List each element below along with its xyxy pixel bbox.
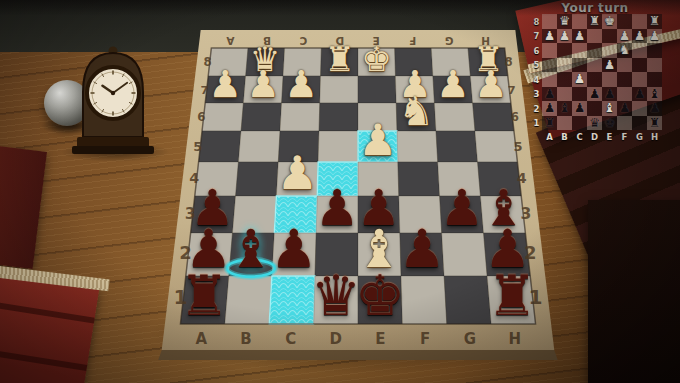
rank-label-left-5: 5 — [193, 139, 202, 154]
minimap-piece-red-p-e3: ♟ — [602, 86, 617, 101]
piece-ivory-p-h7[interactable]: ♟ — [472, 66, 509, 103]
book-band — [0, 347, 87, 371]
rank-label-right-6: 6 — [511, 110, 519, 124]
square-b6[interactable] — [241, 103, 282, 131]
minimap-square-f1 — [617, 116, 632, 131]
game-scene: 1122334455667788AABBCCDDEEFFGGHH ♛♜♚♜♟♟♟… — [0, 0, 680, 383]
file-label-near-D: D — [329, 330, 341, 348]
minimap-square-g5 — [632, 58, 647, 73]
minimap-piece-ivory-p-h7: ♟ — [647, 28, 662, 43]
file-label-far-A: A — [226, 35, 235, 47]
file-label-far-C: C — [299, 35, 307, 47]
minimap-square-f3 — [617, 87, 632, 102]
minimap-piece-ivory-p-a7: ♟ — [542, 28, 557, 43]
minimap-square-d7 — [587, 29, 602, 44]
minimap: 87654321ABCDEFGH♛♜♚♜♟♟♟♟♟♟♞♟♟♝♟♟♟♟♝♟♝♟♟♟… — [532, 11, 668, 147]
top-strip — [0, 0, 680, 16]
minimap-square-b1 — [557, 116, 572, 131]
square-d7[interactable] — [320, 76, 358, 103]
minimap-square-a8 — [542, 14, 557, 29]
file-label-near-A: A — [195, 330, 207, 348]
file-label-near-B: B — [240, 330, 251, 348]
piece-red-k-e1[interactable]: ♚ — [352, 268, 408, 324]
minimap-square-g1 — [632, 116, 647, 131]
minimap-piece-red-q-d1: ♛ — [587, 115, 602, 130]
minimap-square-h4 — [647, 72, 662, 87]
square-a6[interactable] — [202, 103, 243, 131]
minimap-piece-ivory-p-f7: ♟ — [617, 28, 632, 43]
minimap-square-b3 — [557, 87, 572, 102]
square-c6[interactable] — [280, 103, 320, 131]
minimap-square-g6 — [632, 43, 647, 58]
board-edge-face — [158, 350, 558, 360]
minimap-square-b6 — [557, 43, 572, 58]
minimap-square-g2 — [632, 101, 647, 116]
minimap-file-label-E: E — [602, 132, 617, 143]
minimap-rank-label-8: 8 — [532, 17, 541, 32]
piece-red-r-h1[interactable]: ♜ — [484, 268, 540, 324]
rank-label-right-5: 5 — [514, 139, 523, 154]
square-h6[interactable] — [473, 103, 514, 131]
minimap-piece-red-p-d3: ♟ — [587, 86, 602, 101]
minimap-square-d5 — [587, 58, 602, 73]
square-g6[interactable] — [434, 103, 475, 131]
minimap-file-label-D: D — [587, 132, 602, 143]
minimap-square-e4 — [602, 72, 617, 87]
file-label-near-F: F — [420, 330, 430, 348]
piece-ivory-p-b7[interactable]: ♟ — [245, 66, 282, 103]
minimap-square-d2 — [587, 101, 602, 116]
minimap-rank-label-2: 2 — [532, 104, 541, 119]
minimap-square-h5 — [647, 58, 662, 73]
file-label-far-F: F — [409, 35, 416, 47]
minimap-piece-ivory-p-e5: ♟ — [602, 57, 617, 72]
piece-ivory-p-a7[interactable]: ♟ — [207, 66, 244, 103]
minimap-piece-red-p-a2: ♟ — [542, 100, 557, 115]
minimap-square-f4 — [617, 72, 632, 87]
minimap-square-g4 — [632, 72, 647, 87]
minimap-piece-ivory-n-f6: ♞ — [617, 42, 632, 57]
minimap-piece-ivory-p-b7: ♟ — [557, 28, 572, 43]
square-h5[interactable] — [475, 131, 517, 162]
minimap-piece-red-b-h3: ♝ — [647, 86, 662, 101]
square-f4[interactable] — [398, 162, 440, 196]
square-b4[interactable] — [236, 162, 279, 196]
minimap-square-a4 — [542, 72, 557, 87]
minimap-square-c1 — [572, 116, 587, 131]
minimap-square-f8 — [617, 14, 632, 29]
red-book-bottom-left — [0, 270, 99, 383]
minimap-file-label-H: H — [647, 132, 662, 143]
square-b1[interactable] — [225, 276, 272, 324]
minimap-square-c5 — [572, 58, 587, 73]
minimap-square-e6 — [602, 43, 617, 58]
minimap-square-d4 — [587, 72, 602, 87]
minimap-piece-ivory-p-g7: ♟ — [632, 28, 647, 43]
minimap-piece-ivory-p-c7: ♟ — [572, 28, 587, 43]
square-d6[interactable] — [319, 103, 358, 131]
piece-ivory-p-c7[interactable]: ♟ — [283, 66, 320, 103]
minimap-piece-ivory-p-c4: ♟ — [572, 71, 587, 86]
piece-ivory-p-g7[interactable]: ♟ — [434, 66, 471, 103]
file-label-far-G: G — [445, 35, 454, 47]
minimap-square-c6 — [572, 43, 587, 58]
minimap-piece-red-p-a3: ♟ — [542, 86, 557, 101]
rank-label-left-6: 6 — [197, 110, 205, 124]
minimap-square-h6 — [647, 43, 662, 58]
minimap-square-a5 — [542, 58, 557, 73]
file-label-near-E: E — [375, 330, 385, 348]
file-label-near-C: C — [285, 330, 296, 348]
minimap-piece-red-p-h2: ♟ — [647, 100, 662, 115]
minimap-square-b4 — [557, 72, 572, 87]
minimap-rank-label-5: 5 — [532, 60, 541, 75]
piece-ivory-n-f6[interactable]: ♞ — [396, 91, 436, 131]
piece-ivory-k-e8[interactable]: ♚ — [360, 42, 394, 76]
minimap-square-c8 — [572, 14, 587, 29]
minimap-square-e7 — [602, 29, 617, 44]
minimap-file-label-B: B — [557, 132, 572, 143]
piece-ivory-p-e5[interactable]: ♟ — [356, 119, 399, 162]
minimap-piece-red-p-f2: ♟ — [617, 100, 632, 115]
minimap-square-f5 — [617, 58, 632, 73]
minimap-file-label-C: C — [572, 132, 587, 143]
minimap-piece-red-p-c2: ♟ — [572, 100, 587, 115]
minimap-square-c3 — [572, 87, 587, 102]
minimap-piece-red-p-g3: ♟ — [632, 86, 647, 101]
minimap-rank-label-3: 3 — [532, 89, 541, 104]
piece-ivory-r-d8[interactable]: ♜ — [322, 42, 356, 76]
minimap-file-label-F: F — [617, 132, 632, 143]
square-f1[interactable] — [401, 276, 447, 324]
square-e7[interactable] — [358, 76, 396, 103]
minimap-piece-ivory-b-e2: ♝ — [602, 100, 617, 115]
minimap-piece-red-b-b2: ♝ — [557, 100, 572, 115]
minimap-file-label-G: G — [632, 132, 647, 143]
square-g5[interactable] — [436, 131, 478, 162]
file-label-near-H: H — [508, 330, 521, 348]
minimap-square-g8 — [632, 14, 647, 29]
file-label-near-G: G — [464, 330, 476, 348]
square-f5[interactable] — [397, 131, 438, 162]
minimap-file-label-A: A — [542, 132, 557, 143]
minimap-rank-label-1: 1 — [532, 118, 541, 133]
minimap-piece-red-r-h1: ♜ — [647, 115, 662, 130]
square-d5[interactable] — [318, 131, 358, 162]
minimap-square-d6 — [587, 43, 602, 58]
square-a5[interactable] — [199, 131, 241, 162]
piece-red-r-a1[interactable]: ♜ — [176, 268, 232, 324]
minimap-rank-label-7: 7 — [532, 31, 541, 46]
minimap-piece-red-k-e1: ♚ — [602, 115, 617, 130]
minimap-square-a6 — [542, 43, 557, 58]
minimap-square-b5 — [557, 58, 572, 73]
book-band — [0, 299, 95, 323]
minimap-rank-label-4: 4 — [532, 75, 541, 90]
minimap-rank-label-6: 6 — [532, 46, 541, 61]
minimap-piece-red-r-a1: ♜ — [542, 115, 557, 130]
